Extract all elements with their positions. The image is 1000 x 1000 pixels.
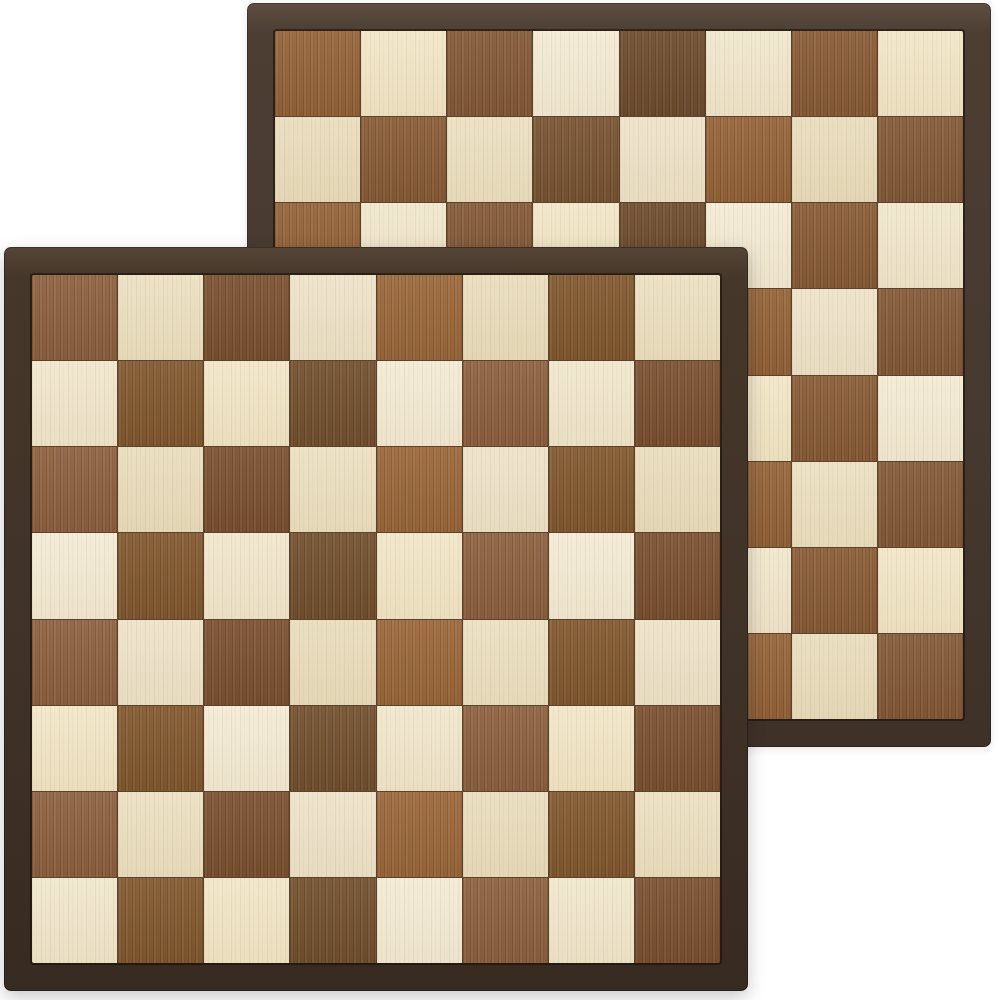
square-d3-dark bbox=[290, 706, 375, 791]
square-e6-dark bbox=[377, 447, 462, 532]
square-h8-light bbox=[635, 275, 720, 360]
square-h1-dark bbox=[635, 878, 720, 963]
square-b3-dark bbox=[118, 706, 203, 791]
square-d5-dark bbox=[290, 533, 375, 618]
square-g2-dark bbox=[792, 548, 877, 633]
square-c5-light bbox=[204, 533, 289, 618]
square-h5-dark bbox=[878, 289, 963, 374]
square-a8-dark bbox=[275, 31, 360, 116]
square-h2-light bbox=[878, 548, 963, 633]
square-a7-light bbox=[32, 361, 117, 446]
square-h8-light bbox=[878, 31, 963, 116]
square-g7-light bbox=[549, 361, 634, 446]
square-h5-dark bbox=[635, 533, 720, 618]
chessboard-front-squares bbox=[32, 275, 720, 963]
product-photo bbox=[0, 0, 1000, 1000]
square-g1-light bbox=[549, 878, 634, 963]
square-d6-light bbox=[290, 447, 375, 532]
square-e4-dark bbox=[377, 620, 462, 705]
square-f7-dark bbox=[706, 117, 791, 202]
square-e7-light bbox=[377, 361, 462, 446]
square-b1-dark bbox=[118, 878, 203, 963]
square-f2-light bbox=[463, 792, 548, 877]
square-g8-dark bbox=[792, 31, 877, 116]
square-d2-light bbox=[290, 792, 375, 877]
square-h1-dark bbox=[878, 634, 963, 719]
square-a5-light bbox=[32, 533, 117, 618]
square-h6-light bbox=[635, 447, 720, 532]
square-d8-light bbox=[533, 31, 618, 116]
square-a8-dark bbox=[32, 275, 117, 360]
square-c3-light bbox=[204, 706, 289, 791]
square-e8-dark bbox=[377, 275, 462, 360]
square-g5-light bbox=[549, 533, 634, 618]
square-a2-dark bbox=[32, 792, 117, 877]
square-g1-light bbox=[792, 634, 877, 719]
square-b8-light bbox=[361, 31, 446, 116]
square-h7-dark bbox=[635, 361, 720, 446]
square-b7-dark bbox=[118, 361, 203, 446]
square-f4-light bbox=[463, 620, 548, 705]
square-d1-dark bbox=[290, 878, 375, 963]
square-d4-light bbox=[290, 620, 375, 705]
square-c4-dark bbox=[204, 620, 289, 705]
square-b8-light bbox=[118, 275, 203, 360]
square-d7-dark bbox=[290, 361, 375, 446]
square-e5-light bbox=[377, 533, 462, 618]
square-c8-dark bbox=[204, 275, 289, 360]
square-h3-dark bbox=[878, 462, 963, 547]
square-f8-light bbox=[706, 31, 791, 116]
square-h3-dark bbox=[635, 706, 720, 791]
square-c2-dark bbox=[204, 792, 289, 877]
square-b4-light bbox=[118, 620, 203, 705]
square-e3-light bbox=[377, 706, 462, 791]
square-f8-light bbox=[463, 275, 548, 360]
square-b2-light bbox=[118, 792, 203, 877]
square-e7-light bbox=[620, 117, 705, 202]
square-b7-dark bbox=[361, 117, 446, 202]
square-g4-dark bbox=[549, 620, 634, 705]
square-a3-light bbox=[32, 706, 117, 791]
square-d8-light bbox=[290, 275, 375, 360]
square-g3-light bbox=[549, 706, 634, 791]
square-e1-light bbox=[377, 878, 462, 963]
square-c1-light bbox=[204, 878, 289, 963]
square-g6-dark bbox=[792, 203, 877, 288]
square-e2-dark bbox=[377, 792, 462, 877]
square-h6-light bbox=[878, 203, 963, 288]
square-c7-light bbox=[204, 361, 289, 446]
square-f6-light bbox=[463, 447, 548, 532]
square-a4-dark bbox=[32, 620, 117, 705]
square-b6-light bbox=[118, 447, 203, 532]
square-c6-dark bbox=[204, 447, 289, 532]
square-a1-light bbox=[32, 878, 117, 963]
square-f5-dark bbox=[463, 533, 548, 618]
square-f3-dark bbox=[463, 706, 548, 791]
square-b5-dark bbox=[118, 533, 203, 618]
square-f1-dark bbox=[463, 878, 548, 963]
square-g6-dark bbox=[549, 447, 634, 532]
square-a7-light bbox=[275, 117, 360, 202]
square-d7-dark bbox=[533, 117, 618, 202]
square-c7-light bbox=[447, 117, 532, 202]
square-g8-dark bbox=[549, 275, 634, 360]
square-g4-dark bbox=[792, 376, 877, 461]
square-g2-dark bbox=[549, 792, 634, 877]
square-c8-dark bbox=[447, 31, 532, 116]
square-h4-light bbox=[635, 620, 720, 705]
square-g5-light bbox=[792, 289, 877, 374]
square-h4-light bbox=[878, 376, 963, 461]
square-h7-dark bbox=[878, 117, 963, 202]
square-g3-light bbox=[792, 462, 877, 547]
chessboard-front bbox=[4, 247, 748, 991]
square-f7-dark bbox=[463, 361, 548, 446]
square-h2-light bbox=[635, 792, 720, 877]
square-a6-dark bbox=[32, 447, 117, 532]
square-g7-light bbox=[792, 117, 877, 202]
square-e8-dark bbox=[620, 31, 705, 116]
